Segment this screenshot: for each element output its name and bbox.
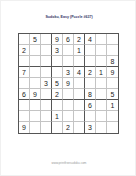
cell-r5c7[interactable] <box>85 78 96 89</box>
cell-r8c3[interactable] <box>41 111 52 122</box>
cell-r2c4[interactable]: 3 <box>52 45 63 56</box>
cell-r2c9[interactable] <box>107 45 118 56</box>
cell-r6c9[interactable]: 5 <box>107 89 118 100</box>
cell-r3c8[interactable] <box>96 56 107 67</box>
cell-r4c1[interactable]: 7 <box>19 67 30 78</box>
cell-r6c8[interactable] <box>96 89 107 100</box>
cell-r7c6[interactable] <box>74 100 85 111</box>
cell-r2c8[interactable] <box>96 45 107 56</box>
cell-r9c2[interactable] <box>30 122 41 133</box>
cell-r3c2[interactable] <box>30 56 41 67</box>
cell-r2c1[interactable]: 2 <box>19 45 30 56</box>
puzzle-title: Sudoku, Easy (Puzzle #637) <box>38 14 99 18</box>
cell-r4c4[interactable] <box>52 67 63 78</box>
cell-r5c9[interactable] <box>107 78 118 89</box>
cell-r4c8[interactable]: 1 <box>96 67 107 78</box>
cell-r7c2[interactable] <box>30 100 41 111</box>
cell-r6c6[interactable] <box>74 89 85 100</box>
cell-r2c7[interactable] <box>85 45 96 56</box>
cell-r8c5[interactable] <box>63 111 74 122</box>
cell-r9c5[interactable]: 2 <box>63 122 74 133</box>
cell-r3c1[interactable] <box>19 56 30 67</box>
cell-r4c2[interactable] <box>30 67 41 78</box>
cell-r8c6[interactable] <box>74 111 85 122</box>
cell-r1c2[interactable]: 5 <box>30 34 41 45</box>
cell-r5c8[interactable] <box>96 78 107 89</box>
cell-r1c8[interactable] <box>96 34 107 45</box>
cell-r7c3[interactable] <box>41 100 52 111</box>
cell-r4c7[interactable]: 2 <box>85 67 96 78</box>
cell-r9c8[interactable] <box>96 122 107 133</box>
cell-r7c7[interactable]: 6 <box>85 100 96 111</box>
page: Sudoku, Easy (Puzzle #637) 5962423187342… <box>0 0 136 176</box>
cell-r7c1[interactable] <box>19 100 30 111</box>
cell-r3c6[interactable] <box>74 56 85 67</box>
cell-r9c1[interactable]: 9 <box>19 122 30 133</box>
cell-r1c1[interactable] <box>19 34 30 45</box>
cell-r8c7[interactable] <box>85 111 96 122</box>
cell-r2c2[interactable] <box>30 45 41 56</box>
cell-r1c3[interactable] <box>41 34 52 45</box>
cell-r8c1[interactable] <box>19 111 30 122</box>
cell-r9c7[interactable]: 3 <box>85 122 96 133</box>
cell-r9c9[interactable] <box>107 122 118 133</box>
cell-r6c4[interactable]: 2 <box>52 89 63 100</box>
cell-r5c2[interactable] <box>30 78 41 89</box>
cell-r3c4[interactable] <box>52 56 63 67</box>
cell-r6c5[interactable] <box>63 89 74 100</box>
cell-r1c4[interactable]: 9 <box>52 34 63 45</box>
cell-r6c7[interactable]: 8 <box>85 89 96 100</box>
cell-r8c9[interactable] <box>107 111 118 122</box>
cell-r4c9[interactable]: 9 <box>107 67 118 78</box>
cell-r5c6[interactable] <box>74 78 85 89</box>
cell-r5c1[interactable] <box>19 78 30 89</box>
cell-r9c4[interactable] <box>52 122 63 133</box>
cell-r7c5[interactable] <box>63 100 74 111</box>
cell-r7c9[interactable]: 1 <box>107 100 118 111</box>
cell-r1c9[interactable] <box>107 34 118 45</box>
cell-r9c6[interactable] <box>74 122 85 133</box>
cell-r6c2[interactable]: 9 <box>30 89 41 100</box>
cell-r3c3[interactable] <box>41 56 52 67</box>
cell-r1c7[interactable]: 4 <box>85 34 96 45</box>
cell-r3c9[interactable]: 8 <box>107 56 118 67</box>
cell-r7c4[interactable] <box>52 100 63 111</box>
cell-r4c3[interactable] <box>41 67 52 78</box>
cell-r1c6[interactable]: 2 <box>74 34 85 45</box>
cell-r8c2[interactable] <box>30 111 41 122</box>
cell-r6c3[interactable] <box>41 89 52 100</box>
footer-url: www.printfreesudoku.com <box>43 162 95 165</box>
cell-r3c5[interactable] <box>63 56 74 67</box>
cell-r2c5[interactable] <box>63 45 74 56</box>
cell-r4c6[interactable]: 4 <box>74 67 85 78</box>
cell-r2c3[interactable] <box>41 45 52 56</box>
cell-r5c5[interactable]: 9 <box>63 78 74 89</box>
sudoku-grid: 59624231873421935969285611923 <box>18 33 119 134</box>
cell-r8c4[interactable]: 1 <box>52 111 63 122</box>
cell-r4c5[interactable]: 3 <box>63 67 74 78</box>
cell-r2c6[interactable]: 1 <box>74 45 85 56</box>
cell-r3c7[interactable] <box>85 56 96 67</box>
cell-r6c1[interactable]: 6 <box>19 89 30 100</box>
cell-r1c5[interactable]: 6 <box>63 34 74 45</box>
cell-r5c3[interactable]: 3 <box>41 78 52 89</box>
cell-r8c8[interactable] <box>96 111 107 122</box>
cell-r5c4[interactable]: 5 <box>52 78 63 89</box>
cell-r7c8[interactable] <box>96 100 107 111</box>
cell-r9c3[interactable] <box>41 122 52 133</box>
